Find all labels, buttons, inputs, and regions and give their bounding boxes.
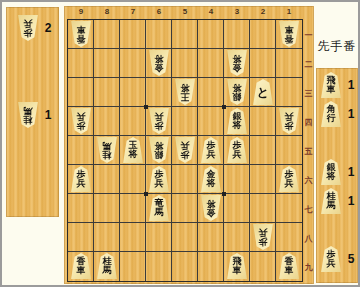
shogi-app-window: 先手番 987654321一二三四五六七八九香車香車金将金将王将銀将と歩兵歩兵銀… — [0, 0, 360, 287]
star-point — [144, 105, 148, 109]
board-cell-6九[interactable] — [146, 252, 172, 281]
board-cell-8八[interactable] — [94, 223, 120, 252]
star-point — [222, 105, 226, 109]
star-point — [144, 192, 148, 196]
piece-kanji: 兵 — [327, 259, 336, 269]
piece-kanji: 馬 — [24, 106, 33, 116]
piece-kanji: 兵 — [155, 112, 164, 122]
piece-kanji: 兵 — [181, 141, 190, 151]
star-point — [222, 192, 226, 196]
board-cell-2二[interactable] — [250, 49, 276, 78]
piece-kanji: 兵 — [24, 19, 33, 29]
piece-kanji: 金 — [155, 63, 164, 73]
piece-kanji: 歩 — [259, 237, 268, 247]
piece-kanji: 将 — [327, 172, 336, 182]
piece-kanji: 歩 — [155, 121, 164, 131]
hand-count-sente-角行: 1 — [343, 107, 359, 121]
board-cell-4九[interactable] — [198, 252, 224, 281]
piece-kanji: 車 — [327, 85, 336, 95]
board-cell-4一[interactable] — [198, 20, 224, 49]
rank-label-7: 七 — [303, 204, 314, 215]
board-cell-9八[interactable] — [68, 223, 94, 252]
piece-kanji: 車 — [77, 25, 86, 35]
rank-label-6: 六 — [303, 175, 314, 186]
piece-kanji: 兵 — [233, 150, 242, 160]
piece-kanji: 車 — [233, 266, 242, 276]
board-cell-1八[interactable] — [276, 223, 302, 252]
file-label-9: 9 — [68, 7, 94, 16]
piece-kanji: 将 — [207, 179, 216, 189]
board-cell-3六[interactable] — [224, 165, 250, 194]
file-label-8: 8 — [94, 7, 120, 16]
piece-kanji: 香 — [77, 34, 86, 44]
hand-count-gote-桂馬: 1 — [40, 108, 56, 122]
file-label-2: 2 — [250, 7, 276, 16]
board-cell-7九[interactable] — [120, 252, 146, 281]
piece-kanji: 桂 — [103, 150, 112, 160]
piece-kanji: と — [257, 86, 269, 99]
board-cell-9七[interactable] — [68, 194, 94, 223]
file-label-1: 1 — [276, 7, 302, 16]
hand-count-sente-銀将: 1 — [343, 165, 359, 179]
board-cell-7七[interactable] — [120, 194, 146, 223]
hand-count-sente-歩兵: 5 — [343, 252, 359, 266]
piece-kanji: 兵 — [207, 150, 216, 160]
board-cell-6三[interactable] — [146, 78, 172, 107]
board-cell-3七[interactable] — [224, 194, 250, 223]
piece-kanji: 兵 — [285, 179, 294, 189]
rank-label-5: 五 — [303, 146, 314, 157]
piece-kanji: 兵 — [285, 112, 294, 122]
piece-kanji: 将 — [233, 54, 242, 64]
board-cell-4八[interactable] — [198, 223, 224, 252]
board-cell-5七[interactable] — [172, 194, 198, 223]
piece-kanji: 歩 — [77, 121, 86, 131]
piece-kanji: 馬 — [155, 208, 164, 218]
board-cell-2四[interactable] — [250, 107, 276, 136]
piece-kanji: 銀 — [155, 150, 164, 160]
board-cell-2五[interactable] — [250, 136, 276, 165]
piece-kanji: 金 — [233, 63, 242, 73]
board-cell-8三[interactable] — [94, 78, 120, 107]
board-cell-5九[interactable] — [172, 252, 198, 281]
board-cell-9二[interactable] — [68, 49, 94, 78]
board-cell-8七[interactable] — [94, 194, 120, 223]
board-cell-5八[interactable] — [172, 223, 198, 252]
piece-kanji: 銀 — [233, 92, 242, 102]
piece-kanji: 行 — [327, 114, 336, 124]
file-label-3: 3 — [224, 7, 250, 16]
turn-indicator: 先手番 — [313, 38, 360, 55]
board-cell-6八[interactable] — [146, 223, 172, 252]
board-cell-7二[interactable] — [120, 49, 146, 78]
piece-kanji: 将 — [129, 150, 138, 160]
rank-label-4: 四 — [303, 117, 314, 128]
board-cell-2一[interactable] — [250, 20, 276, 49]
rank-label-3: 三 — [303, 88, 314, 99]
rank-label-2: 二 — [303, 59, 314, 70]
hand-count-sente-桂馬: 1 — [343, 194, 359, 208]
board-cell-9五[interactable] — [68, 136, 94, 165]
hand-count-gote-歩兵: 2 — [40, 21, 56, 35]
piece-kanji: 兵 — [77, 112, 86, 122]
hand-count-sente-飛車: 1 — [343, 78, 359, 92]
piece-kanji: 馬 — [103, 266, 112, 276]
board-cell-1二[interactable] — [276, 49, 302, 78]
piece-kanji: 香 — [285, 34, 294, 44]
piece-kanji: 馬 — [103, 141, 112, 151]
board-cell-2九[interactable] — [250, 252, 276, 281]
board-cell-4二[interactable] — [198, 49, 224, 78]
board-cell-8二[interactable] — [94, 49, 120, 78]
board-cell-5二[interactable] — [172, 49, 198, 78]
board-cell-1七[interactable] — [276, 194, 302, 223]
board-cell-5四[interactable] — [172, 107, 198, 136]
piece-kanji: 歩 — [285, 121, 294, 131]
piece-kanji: 王 — [181, 92, 190, 102]
piece-kanji: 歩 — [24, 28, 33, 38]
board-cell-4三[interactable] — [198, 78, 224, 107]
piece-kanji: 車 — [285, 25, 294, 35]
board-cell-8六[interactable] — [94, 165, 120, 194]
board-cell-2七[interactable] — [250, 194, 276, 223]
piece-kanji: 兵 — [77, 179, 86, 189]
board-cell-4四[interactable] — [198, 107, 224, 136]
board-cell-5一[interactable] — [172, 20, 198, 49]
board-cell-7三[interactable] — [120, 78, 146, 107]
file-label-7: 7 — [120, 7, 146, 16]
board-cell-5六[interactable] — [172, 165, 198, 194]
piece-kanji: 馬 — [327, 201, 336, 211]
piece-kanji: 将 — [181, 83, 190, 93]
board-cell-7一[interactable] — [120, 20, 146, 49]
piece-kanji: 桂 — [24, 115, 33, 125]
file-label-4: 4 — [198, 7, 224, 16]
file-label-5: 5 — [172, 7, 198, 16]
piece-kanji: 将 — [233, 121, 242, 131]
board-cell-9三[interactable] — [68, 78, 94, 107]
rank-label-1: 一 — [303, 30, 314, 41]
piece-kanji: 車 — [77, 266, 86, 276]
rank-label-9: 九 — [303, 262, 314, 273]
board-cell-2六[interactable] — [250, 165, 276, 194]
file-label-6: 6 — [146, 7, 172, 16]
rank-label-8: 八 — [303, 233, 314, 244]
piece-kanji: 将 — [155, 141, 164, 151]
board-cell-7四[interactable] — [120, 107, 146, 136]
piece-kanji: 歩 — [181, 150, 190, 160]
board-cell-8四[interactable] — [94, 107, 120, 136]
piece-kanji: 兵 — [259, 228, 268, 238]
board-cell-8一[interactable] — [94, 20, 120, 49]
board-cell-7八[interactable] — [120, 223, 146, 252]
board-cell-7六[interactable] — [120, 165, 146, 194]
board-cell-1三[interactable] — [276, 78, 302, 107]
piece-kanji: 兵 — [155, 179, 164, 189]
board-cell-3一[interactable] — [224, 20, 250, 49]
board-cell-6一[interactable] — [146, 20, 172, 49]
piece-kanji: 将 — [207, 199, 216, 209]
piece-kanji: 将 — [155, 54, 164, 64]
piece-kanji: 将 — [233, 83, 242, 93]
board-cell-3八[interactable] — [224, 223, 250, 252]
piece-kanji: 車 — [285, 266, 294, 276]
board-cell-1五[interactable] — [276, 136, 302, 165]
piece-kanji: 金 — [207, 208, 216, 218]
